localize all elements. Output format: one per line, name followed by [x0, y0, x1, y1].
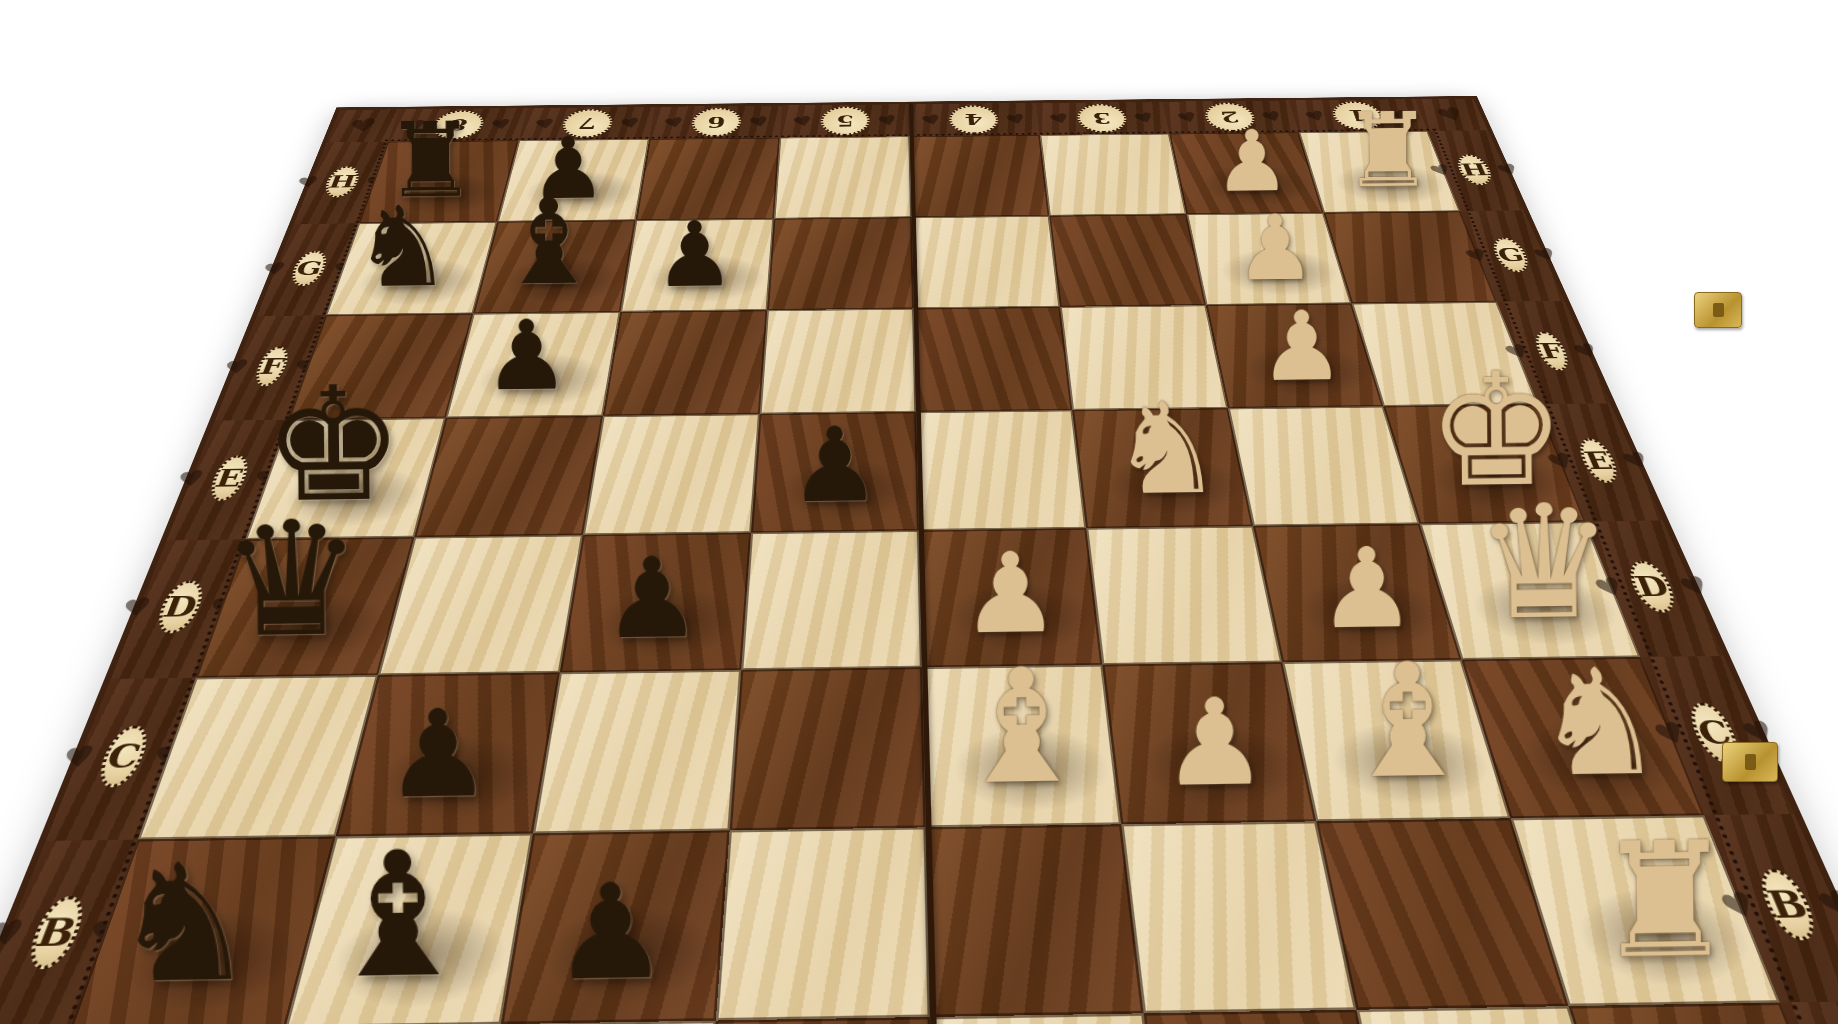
heart-ornament-icon: ♥ [1300, 107, 1330, 125]
coordinate-label-rank-3-far: ♥3♥ [1036, 102, 1169, 135]
black-pawn-b6[interactable]: ♟ [551, 865, 670, 998]
coordinate-label-rank-6-far: ♥6♥ [649, 106, 782, 139]
square-c3[interactable]: ♟ [1102, 662, 1316, 824]
square-f7[interactable]: ♟ [446, 312, 621, 418]
square-c5[interactable] [730, 667, 926, 830]
square-g8[interactable]: ♞ [326, 222, 498, 316]
black-pawn-g6[interactable]: ♟ [654, 209, 736, 300]
square-f4[interactable] [914, 307, 1072, 412]
coordinate-disc: B [1752, 869, 1824, 941]
heart-ornament-icon: ♥ [1615, 446, 1657, 474]
heart-ornament-icon: ♥ [618, 114, 642, 132]
heart-ornament-icon: ♥ [1046, 110, 1074, 128]
square-g4[interactable] [912, 216, 1060, 309]
heart-ornament-icon: ♥ [1130, 109, 1159, 127]
white-pawn-h2[interactable]: ♟ [1214, 119, 1290, 204]
heart-ornament-icon: ♥ [1002, 110, 1030, 128]
heart-ornament-icon: ♥ [1430, 103, 1472, 127]
square-b3[interactable] [1121, 821, 1356, 1013]
coordinate-disc: 5 [820, 106, 870, 135]
white-pawn-f2[interactable]: ♟ [1259, 298, 1345, 395]
heart-ornament-icon: ♥ [1567, 338, 1605, 363]
heart-ornament-icon: ♥ [177, 464, 206, 493]
white-bishop-c4[interactable]: ♝ [950, 647, 1092, 806]
square-h3[interactable] [1040, 134, 1187, 216]
coordinate-disc: 6 [690, 108, 743, 137]
square-c6[interactable] [533, 670, 741, 834]
heart-ornament-icon: ♥ [490, 115, 513, 133]
white-pawn-g2[interactable]: ♟ [1235, 203, 1316, 294]
square-c2[interactable]: ♝ [1282, 660, 1510, 822]
coordinate-label-rank-4-far: ♥4♥ [909, 103, 1040, 136]
white-rook-b1[interactable]: ♜ [1594, 821, 1736, 981]
coordinate-disc: C [93, 725, 154, 787]
square-b5[interactable] [716, 827, 930, 1020]
chessboard: ꕤꕤꕤꕤꕤꕤꕤꕤꕤ ♥♥8♥♥7♥♥6♥♥5♥♥4♥♥3♥♥2♥♥1♥♥♥H♥♜… [0, 99, 1838, 1024]
black-knight-g8[interactable]: ♞ [352, 191, 453, 303]
product-photo-stage: ꕤꕤꕤꕤꕤꕤꕤꕤꕤ ♥♥8♥♥7♥♥6♥♥5♥♥4♥♥3♥♥2♥♥1♥♥♥H♥♜… [0, 0, 1838, 1024]
heart-ornament-icon: ♥ [297, 172, 319, 192]
square-e7[interactable] [414, 416, 603, 537]
square-c4[interactable]: ♝ [922, 665, 1121, 828]
square-d6[interactable]: ♟ [560, 533, 751, 673]
square-g5[interactable] [767, 217, 914, 310]
square-h4[interactable] [910, 135, 1049, 217]
heart-ornament-icon: ♥ [0, 910, 26, 957]
square-d5[interactable] [741, 530, 922, 669]
square-b6[interactable]: ♟ [501, 830, 730, 1024]
coordinate-disc: 3 [1075, 104, 1129, 133]
coordinate-disc: 4 [948, 105, 999, 134]
black-pawn-d6[interactable]: ♟ [602, 542, 703, 654]
heart-ornament-icon: ♥ [790, 112, 816, 130]
square-g3[interactable] [1049, 214, 1206, 307]
heart-ornament-icon: ♥ [918, 111, 945, 129]
coordinate-disc: D [152, 580, 209, 633]
heart-ornament-icon: ♥ [1527, 244, 1563, 266]
square-b4[interactable] [926, 824, 1144, 1017]
square-f6[interactable] [603, 310, 767, 416]
black-bishop-b7[interactable]: ♝ [319, 828, 475, 1002]
square-d8[interactable]: ♛ [196, 537, 415, 678]
white-bishop-c2[interactable]: ♝ [1337, 642, 1478, 800]
brass-clasp[interactable] [1722, 742, 1778, 782]
scene: ꕤꕤꕤꕤꕤꕤꕤꕤꕤ ♥♥8♥♥7♥♥6♥♥5♥♥4♥♥3♥♥2♥♥1♥♥♥H♥♜… [0, 0, 1838, 1024]
black-queen-d8[interactable]: ♛ [220, 499, 364, 659]
coordinate-disc: B [21, 896, 92, 970]
square-e6[interactable] [583, 414, 760, 535]
square-e5[interactable]: ♟ [751, 412, 919, 533]
square-f5[interactable] [760, 308, 916, 413]
heart-ornament-icon: ♥ [1173, 108, 1202, 126]
black-pawn-c7[interactable]: ♟ [383, 693, 493, 815]
coordinate-disc: H [1453, 154, 1496, 185]
coordinate-disc: G [288, 251, 331, 286]
heart-ornament-icon: ♥ [1672, 569, 1717, 602]
heart-ornament-icon: ♥ [121, 590, 153, 624]
black-bishop-g7[interactable]: ♝ [495, 183, 602, 302]
coordinate-label-rank-5-far: ♥5♥ [780, 104, 910, 137]
square-e3[interactable]: ♞ [1072, 408, 1253, 528]
heart-ornament-icon: ♥ [61, 737, 97, 776]
white-pawn-c3[interactable]: ♟ [1161, 682, 1269, 803]
square-g6[interactable]: ♟ [620, 219, 773, 312]
square-d3[interactable] [1086, 526, 1282, 665]
heart-ornament-icon: ♥ [874, 111, 901, 129]
black-knight-b8[interactable]: ♞ [110, 842, 258, 1006]
white-rook-h1[interactable]: ♜ [1342, 99, 1434, 202]
heart-ornament-icon: ♥ [1809, 881, 1838, 926]
heart-ornament-icon: ♥ [224, 354, 250, 379]
coordinate-disc: D [1623, 561, 1681, 613]
heart-ornament-icon: ♥ [746, 113, 771, 131]
white-queen-d1[interactable]: ♛ [1473, 483, 1615, 642]
square-b7[interactable]: ♝ [285, 833, 533, 1024]
black-pawn-f7[interactable]: ♟ [483, 307, 570, 404]
heart-ornament-icon: ♥ [349, 114, 378, 138]
black-pawn-e5[interactable]: ♟ [788, 413, 881, 517]
square-d7[interactable] [378, 535, 583, 675]
square-e4[interactable] [916, 410, 1086, 530]
square-h5[interactable] [774, 136, 912, 218]
white-pawn-d4[interactable]: ♟ [960, 537, 1060, 649]
heart-ornament-icon: ♥ [662, 113, 687, 131]
brass-clasp[interactable] [1694, 292, 1742, 328]
white-pawn-d2[interactable]: ♟ [1317, 532, 1417, 644]
white-knight-c1[interactable]: ♞ [1533, 649, 1666, 798]
coordinate-disc: G [1489, 238, 1533, 273]
coordinate-label-file-A-right: ♥A♥ [1780, 1001, 1838, 1024]
square-e2[interactable] [1228, 406, 1420, 526]
heart-ornament-icon: ♥ [262, 258, 286, 280]
heart-ornament-icon: ♥ [1491, 160, 1524, 179]
white-knight-e3[interactable]: ♞ [1109, 385, 1223, 513]
